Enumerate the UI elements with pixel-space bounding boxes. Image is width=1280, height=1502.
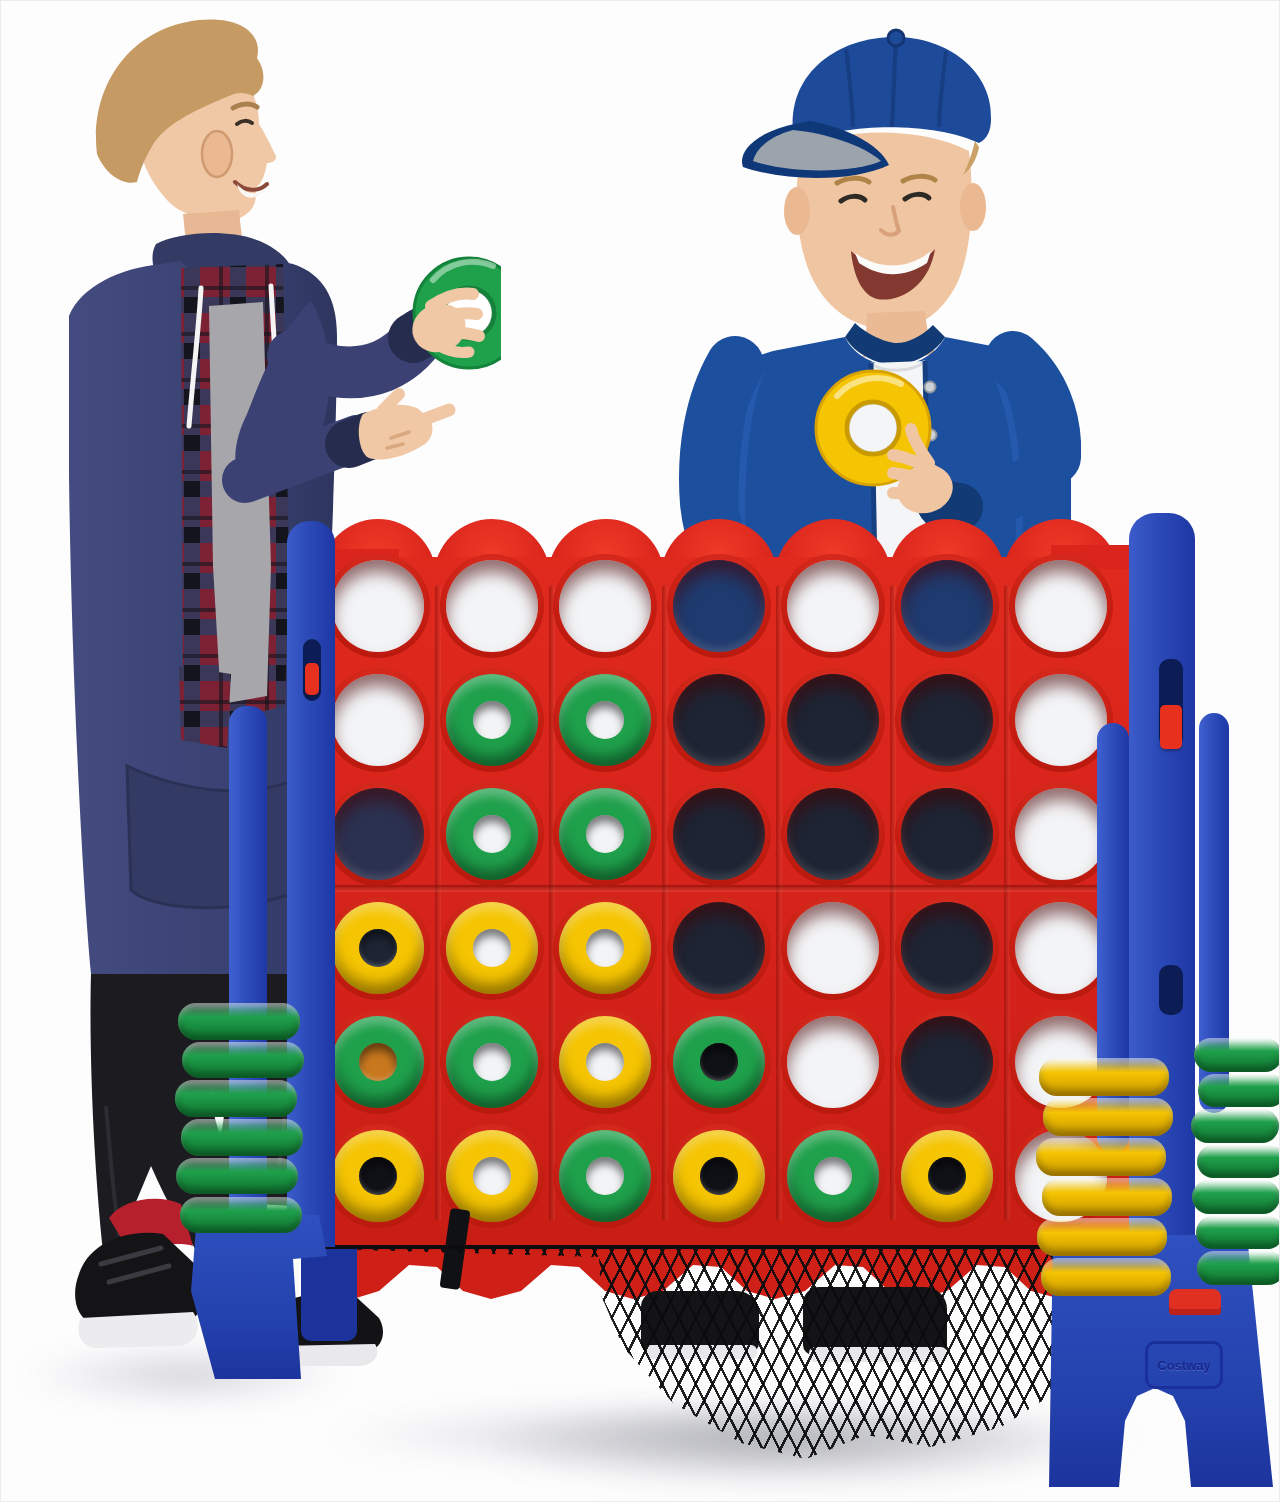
disc-center-hole <box>473 929 511 967</box>
hole-socket <box>326 782 430 886</box>
disc-center-hole <box>473 1043 511 1081</box>
board-cell-r5c6[interactable] <box>890 1005 1004 1119</box>
disc-center-hole <box>586 701 624 739</box>
hole-socket <box>326 1124 430 1228</box>
board-cell-r1c1[interactable] <box>321 549 435 663</box>
empty-hole <box>901 674 993 766</box>
right-yellow-stacked-disc[interactable] <box>1041 1258 1171 1296</box>
empty-hole <box>901 788 993 880</box>
rail-slot <box>1159 965 1183 1015</box>
board-cell-r5c4[interactable] <box>662 1005 776 1119</box>
empty-hole <box>1015 560 1107 652</box>
green-disc <box>787 1130 879 1222</box>
green-disc <box>446 788 538 880</box>
pointing-finger <box>417 410 449 422</box>
left-green-stacked-disc[interactable] <box>182 1042 304 1079</box>
yellow-disc <box>673 1130 765 1222</box>
red-slider[interactable] <box>305 663 319 695</box>
board-cell-r6c4[interactable] <box>662 1119 776 1233</box>
disc-center-hole <box>359 929 397 967</box>
empty-hole <box>559 560 651 652</box>
right-yellow-stacked-disc[interactable] <box>1042 1178 1172 1216</box>
board-cell-r4c1[interactable] <box>321 891 435 1005</box>
white-sole <box>78 1312 197 1348</box>
hole-socket <box>667 554 771 658</box>
left-green-stacked-disc[interactable] <box>176 1158 298 1195</box>
empty-hole <box>673 788 765 880</box>
board-cell-r3c4[interactable] <box>662 777 776 891</box>
disc-center-hole <box>814 1157 852 1195</box>
hole-socket <box>895 554 999 658</box>
empty-hole <box>787 1016 879 1108</box>
board-cell-r3c1[interactable] <box>321 777 435 891</box>
empty-hole <box>787 788 879 880</box>
right-green-stacked-disc[interactable] <box>1198 1074 1280 1108</box>
board-cell-r6c5[interactable] <box>776 1119 890 1233</box>
yellow-disc <box>332 902 424 994</box>
empty-hole <box>1015 902 1107 994</box>
hole-socket <box>895 668 999 772</box>
disc-center-hole <box>700 1043 738 1081</box>
board-cell-r6c6[interactable] <box>890 1119 1004 1233</box>
hole-socket <box>553 668 657 772</box>
empty-hole <box>446 560 538 652</box>
board-cell-r3c3[interactable] <box>549 777 663 891</box>
board-cell-r2c5[interactable] <box>776 663 890 777</box>
hole-socket <box>781 896 885 1000</box>
hole-socket <box>440 554 544 658</box>
hole-socket <box>781 1010 885 1114</box>
hole-socket <box>440 896 544 1000</box>
yellow-disc <box>559 902 651 994</box>
left-green-stacked-disc[interactable] <box>178 1003 300 1040</box>
hole-socket <box>553 896 657 1000</box>
empty-hole <box>673 674 765 766</box>
hole-socket <box>553 1010 657 1114</box>
board-cell-r4c5[interactable] <box>776 891 890 1005</box>
left-green-stacked-disc[interactable] <box>180 1197 302 1234</box>
product-photo-giant-connect-four: Costway <box>0 0 1280 1502</box>
right-yellow-stacked-disc[interactable] <box>1036 1138 1166 1176</box>
yellow-disc <box>332 1130 424 1222</box>
board-cell-r1c3[interactable] <box>549 549 663 663</box>
right-yellow-stacked-disc[interactable] <box>1037 1218 1167 1256</box>
board-cell-r5c2[interactable] <box>435 1005 549 1119</box>
left-green-stacked-disc[interactable] <box>175 1080 297 1117</box>
snap-button <box>925 382 936 393</box>
brand-text: Costway <box>1157 1358 1210 1373</box>
hole-socket <box>667 1124 771 1228</box>
empty-hole <box>787 674 879 766</box>
disc-center-hole <box>586 1043 624 1081</box>
right-green-stacked-disc[interactable] <box>1194 1038 1280 1072</box>
board-cell-r5c1[interactable] <box>321 1005 435 1119</box>
empty-hole <box>332 788 424 880</box>
board-cell-r5c5[interactable] <box>776 1005 890 1119</box>
left-leg-rear-foot <box>301 1249 357 1341</box>
board-cell-r4c4[interactable] <box>662 891 776 1005</box>
board-cell-r3c5[interactable] <box>776 777 890 891</box>
empty-hole <box>901 902 993 994</box>
empty-hole <box>901 560 993 652</box>
hole-socket <box>895 896 999 1000</box>
disc-center-hole <box>473 701 511 739</box>
right-green-stacked-disc[interactable] <box>1197 1145 1280 1179</box>
red-carry-handle[interactable] <box>1169 1289 1221 1315</box>
empty-hole <box>673 902 765 994</box>
hole-socket <box>895 1010 999 1114</box>
disc-center-hole <box>928 1157 966 1195</box>
hole-socket <box>440 668 544 772</box>
net-top-rope <box>301 1245 1139 1249</box>
disc-center-hole <box>473 815 511 853</box>
board-cell-r2c3[interactable] <box>549 663 663 777</box>
hole-socket <box>667 896 771 1000</box>
board-cell-r2c6[interactable] <box>890 663 1004 777</box>
hole-socket <box>1009 554 1113 658</box>
board-cell-r1c4[interactable] <box>662 549 776 663</box>
hole-socket <box>553 554 657 658</box>
board-cell-r3c2[interactable] <box>435 777 549 891</box>
hole-socket <box>326 668 430 772</box>
board-cell-r2c1[interactable] <box>321 663 435 777</box>
right-yellow-stacked-disc[interactable] <box>1043 1098 1173 1136</box>
hole-socket <box>326 1010 430 1114</box>
right-yellow-stacked-disc[interactable] <box>1039 1058 1169 1096</box>
hole-socket <box>553 782 657 886</box>
green-disc <box>446 674 538 766</box>
hole-socket <box>326 896 430 1000</box>
empty-hole <box>787 902 879 994</box>
right-green-stacked-disc[interactable] <box>1191 1109 1279 1143</box>
board-cell-r5c3[interactable] <box>549 1005 663 1119</box>
disc-center-hole <box>586 1157 624 1195</box>
green-disc <box>446 1016 538 1108</box>
disc-center-hole <box>473 1157 511 1195</box>
left-player-head <box>96 19 276 272</box>
board-cell-r4c6[interactable] <box>890 891 1004 1005</box>
hole-socket <box>895 1124 999 1228</box>
board-cell-r6c3[interactable] <box>549 1119 663 1233</box>
connect-four-board <box>335 519 1131 1253</box>
costway-logo-badge: Costway <box>1145 1341 1223 1389</box>
hole-socket <box>895 782 999 886</box>
board-cell-r1c5[interactable] <box>776 549 890 663</box>
empty-hole <box>1015 674 1107 766</box>
board-cell-r4c2[interactable] <box>435 891 549 1005</box>
disc-center-hole <box>359 1157 397 1195</box>
right-player <box>641 11 1081 571</box>
green-disc <box>332 1016 424 1108</box>
green-disc <box>673 1016 765 1108</box>
grey-tee <box>209 302 271 704</box>
board-grid <box>321 549 1118 1233</box>
board-cell-r2c4[interactable] <box>662 663 776 777</box>
hole-socket <box>326 554 430 658</box>
board-cell-r2c2[interactable] <box>435 663 549 777</box>
hole-socket <box>781 554 885 658</box>
hole-socket <box>781 782 885 886</box>
yellow-disc <box>446 1130 538 1222</box>
hole-socket <box>781 668 885 772</box>
yellow-disc <box>446 902 538 994</box>
hole-socket <box>667 1010 771 1114</box>
board-cell-r1c2[interactable] <box>435 549 549 663</box>
disc-center-hole <box>359 1043 397 1081</box>
disc-center-hole <box>700 1157 738 1195</box>
hole-socket <box>440 1010 544 1114</box>
yellow-disc <box>559 1016 651 1108</box>
right-green-stacked-disc[interactable] <box>1196 1216 1280 1250</box>
empty-hole <box>1015 788 1107 880</box>
red-slider[interactable] <box>1160 705 1182 749</box>
left-green-stacked-disc[interactable] <box>181 1119 303 1156</box>
board-cell-r4c3[interactable] <box>549 891 663 1005</box>
disc-center-hole <box>586 815 624 853</box>
empty-hole <box>332 560 424 652</box>
empty-hole <box>787 560 879 652</box>
empty-hole <box>673 560 765 652</box>
yellow-disc <box>901 1130 993 1222</box>
green-disc <box>559 788 651 880</box>
right-green-stacked-disc[interactable] <box>1197 1251 1280 1285</box>
board-cell-r6c1[interactable] <box>321 1119 435 1233</box>
hole-socket <box>781 1124 885 1228</box>
empty-hole <box>332 674 424 766</box>
disc-center-hole <box>586 929 624 967</box>
board-cell-r3c6[interactable] <box>890 777 1004 891</box>
right-green-stacked-disc[interactable] <box>1192 1180 1280 1214</box>
board-cell-r1c6[interactable] <box>890 549 1004 663</box>
hole-socket <box>553 1124 657 1228</box>
hole-socket <box>667 668 771 772</box>
board-cell-r1c7[interactable] <box>1004 549 1118 663</box>
hole-socket <box>667 782 771 886</box>
hole-socket <box>440 782 544 886</box>
green-disc <box>559 674 651 766</box>
empty-hole <box>901 1016 993 1108</box>
green-disc <box>559 1130 651 1222</box>
